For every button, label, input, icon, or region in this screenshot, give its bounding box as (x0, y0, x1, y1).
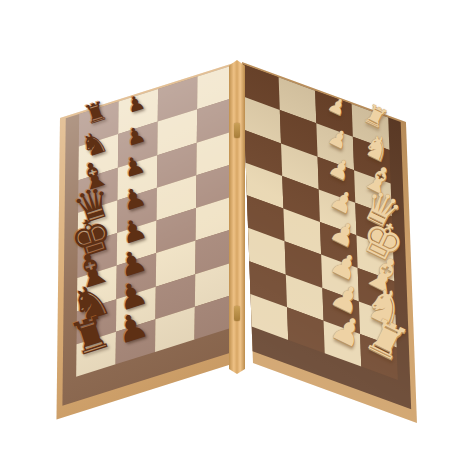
board-right-half (242, 62, 417, 423)
brass-hinge-icon (234, 306, 240, 321)
spine-fold-strip (229, 60, 245, 374)
chess-set-product-photo: ♜♟♟♜♞♟♟♞♝♟♟♝♛♟♟♛♚♟♟♚♝♟♟♝♞♟♟♞♜♟♟♜ (0, 0, 466, 466)
left-checkerboard-grid (76, 64, 237, 377)
board-left-half (56, 62, 237, 419)
brass-hinge-icon (234, 123, 240, 138)
